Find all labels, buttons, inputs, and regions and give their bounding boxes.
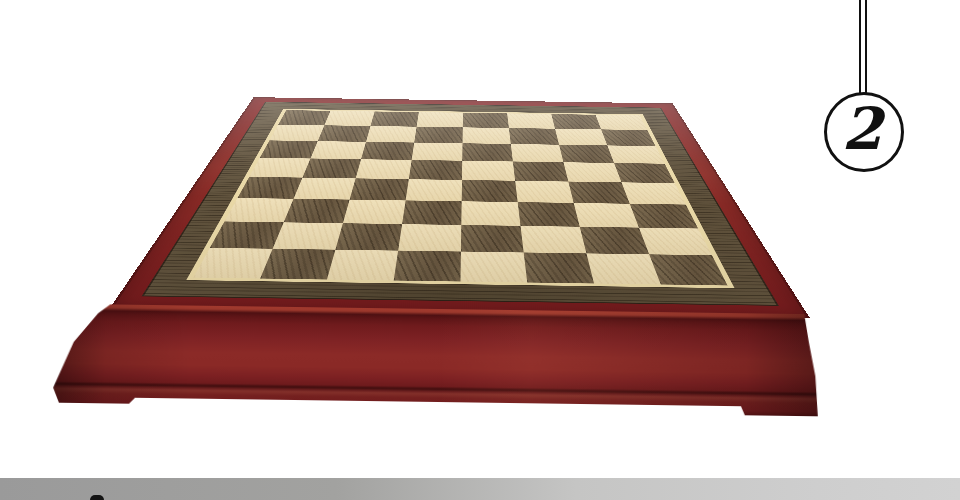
board-square	[361, 142, 414, 160]
board-square	[511, 144, 564, 162]
board-square	[461, 201, 520, 226]
board-square	[462, 143, 513, 161]
board-square	[238, 177, 303, 199]
board-square	[417, 112, 463, 127]
board-square	[521, 226, 587, 254]
board-square	[394, 251, 461, 282]
board-square	[278, 110, 330, 125]
board-square	[563, 162, 621, 182]
board-square	[366, 126, 417, 143]
board-plinth-base	[51, 304, 824, 421]
board-square	[507, 113, 555, 128]
board-square	[335, 223, 402, 250]
board-square	[284, 199, 350, 223]
board-square	[513, 161, 568, 181]
board-square	[601, 129, 655, 146]
board-square	[412, 143, 463, 161]
board-square	[356, 159, 412, 179]
board-square	[462, 161, 515, 181]
board-square	[343, 200, 406, 224]
board-square	[327, 250, 398, 281]
board-square	[463, 113, 509, 128]
board-square	[518, 202, 580, 227]
next-photo-piece-tip	[90, 495, 104, 500]
board-square	[318, 125, 371, 142]
board-square	[596, 115, 648, 130]
board-square	[580, 227, 649, 255]
board-square	[324, 111, 374, 126]
board-square	[463, 127, 511, 144]
board-square	[273, 222, 343, 249]
board-square	[515, 181, 574, 203]
board-square	[460, 252, 527, 283]
board-square	[524, 252, 594, 283]
board-square	[607, 145, 664, 163]
board-square	[614, 163, 675, 183]
board-square	[574, 203, 639, 228]
callout-leader-line	[859, 0, 867, 94]
bottom-gray-band	[0, 478, 960, 500]
board-square	[551, 114, 601, 129]
board-square	[350, 178, 409, 200]
board-square	[621, 182, 685, 204]
chess-board	[110, 95, 813, 318]
board-square	[398, 224, 461, 251]
callout-number: 2	[842, 100, 882, 158]
board-top-surface	[110, 97, 810, 318]
board-square	[406, 179, 462, 201]
callout-circle: 2	[824, 92, 904, 172]
board-square	[461, 225, 524, 252]
board-square	[509, 128, 559, 145]
board-squares	[193, 110, 727, 285]
board-square	[224, 198, 293, 222]
board-square	[294, 178, 356, 200]
board-square	[260, 249, 335, 280]
board-square	[568, 182, 629, 204]
board-square	[269, 125, 324, 142]
board-square	[409, 160, 462, 180]
board-square	[402, 200, 462, 225]
board-square	[260, 140, 318, 158]
board-square	[310, 141, 366, 159]
board-square	[559, 145, 614, 163]
board-square	[302, 158, 361, 178]
board-square	[555, 129, 607, 146]
board-square	[370, 111, 418, 126]
board-square	[249, 158, 310, 178]
board-square	[210, 221, 284, 248]
board-square	[462, 180, 518, 202]
board-square	[414, 127, 462, 144]
